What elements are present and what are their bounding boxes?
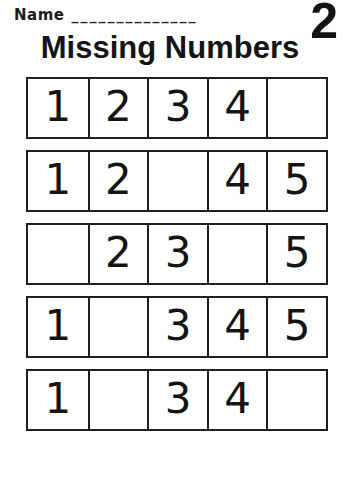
grid-cell-r5c3[interactable]: 3 xyxy=(147,371,207,429)
grid-cell-r1c5[interactable] xyxy=(266,79,326,137)
grid-cell-r2c4[interactable]: 4 xyxy=(207,152,267,210)
grid-cell-r5c1[interactable]: 1 xyxy=(28,371,88,429)
number-strip-2: 1 2 4 5 xyxy=(26,150,328,212)
grid-cell-r2c2[interactable]: 2 xyxy=(88,152,148,210)
grid-cell-r2c1[interactable]: 1 xyxy=(28,152,88,210)
grid-cell-r5c5[interactable] xyxy=(266,371,326,429)
grid-cell-r5c4[interactable]: 4 xyxy=(207,371,267,429)
grid-cell-r1c3[interactable]: 3 xyxy=(147,79,207,137)
number-strips: 1 2 3 4 1 2 4 5 2 3 5 1 3 4 5 1 xyxy=(26,77,328,442)
grid-cell-r1c1[interactable]: 1 xyxy=(28,79,88,137)
grid-cell-r4c3[interactable]: 3 xyxy=(147,298,207,356)
number-strip-3: 2 3 5 xyxy=(26,223,328,285)
grid-cell-r5c2[interactable] xyxy=(88,371,148,429)
grid-cell-r3c5[interactable]: 5 xyxy=(266,225,326,283)
name-row: Name ______________ xyxy=(14,6,197,24)
grid-cell-r3c3[interactable]: 3 xyxy=(147,225,207,283)
grid-cell-r3c4[interactable] xyxy=(207,225,267,283)
grid-cell-r1c4[interactable]: 4 xyxy=(207,79,267,137)
grid-cell-r3c2[interactable]: 2 xyxy=(88,225,148,283)
grid-cell-r4c1[interactable]: 1 xyxy=(28,298,88,356)
grid-cell-r4c5[interactable]: 5 xyxy=(266,298,326,356)
grid-cell-r4c2[interactable] xyxy=(88,298,148,356)
grid-cell-r3c1[interactable] xyxy=(28,225,88,283)
number-strip-5: 1 3 4 xyxy=(26,369,328,431)
number-strip-4: 1 3 4 5 xyxy=(26,296,328,358)
grid-cell-r2c3[interactable] xyxy=(147,152,207,210)
grid-cell-r2c5[interactable]: 5 xyxy=(266,152,326,210)
grid-cell-r4c4[interactable]: 4 xyxy=(207,298,267,356)
grid-cell-r1c2[interactable]: 2 xyxy=(88,79,148,137)
number-strip-1: 1 2 3 4 xyxy=(26,77,328,139)
worksheet-title: Missing Numbers xyxy=(0,30,340,66)
name-line[interactable]: ______________ xyxy=(71,7,197,23)
name-label: Name xyxy=(14,6,64,24)
